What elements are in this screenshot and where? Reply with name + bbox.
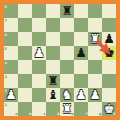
square-g8[interactable] [88,4,102,18]
square-b4[interactable] [18,60,32,74]
coord-rank-7: 7 [5,19,7,23]
square-c1[interactable]: c [32,102,46,116]
square-d3[interactable]: ♜ [46,74,60,88]
square-f6[interactable] [74,32,88,46]
black-rook[interactable]: ♜ [60,4,74,18]
square-b7[interactable] [18,18,32,32]
white-king[interactable]: ♚ [102,102,116,116]
black-rook[interactable]: ♜ [46,74,60,88]
coord-rank-2: 2 [5,89,7,93]
square-d7[interactable] [46,18,60,32]
square-a6[interactable]: 6 [4,32,18,46]
square-f5[interactable]: ♟ [74,46,88,60]
square-d4[interactable] [46,60,60,74]
white-pawn[interactable]: ♟ [4,88,18,102]
square-h1[interactable]: h♚ [102,102,116,116]
square-a2[interactable]: 2♟ [4,88,18,102]
black-pawn[interactable]: ♟ [102,32,116,46]
black-king[interactable]: ♚ [102,46,116,60]
square-h8[interactable] [102,4,116,18]
square-f7[interactable] [74,18,88,32]
white-rook[interactable]: ♜ [60,102,74,116]
square-b1[interactable]: b [18,102,32,116]
square-d2[interactable]: ♝ [46,88,60,102]
coord-file-h: h [113,112,116,116]
square-a5[interactable]: 5 [4,46,18,60]
white-pawn[interactable]: ♟ [88,88,102,102]
square-h5[interactable]: ♚ [102,46,116,60]
square-c2[interactable] [32,88,46,102]
white-pawn[interactable]: ♟ [74,88,88,102]
square-c4[interactable] [32,60,46,74]
square-f8[interactable] [74,4,88,18]
square-e6[interactable] [60,32,74,46]
coord-rank-4: 4 [5,61,7,65]
square-g1[interactable]: g [88,102,102,116]
coord-rank-3: 3 [5,75,7,79]
coord-rank-1: 1 [5,103,7,107]
white-rook[interactable]: ♜ [88,32,102,46]
square-c3[interactable] [32,74,46,88]
square-f2[interactable]: ♟ [74,88,88,102]
square-b2[interactable] [18,88,32,102]
square-h6[interactable]: ♟ [102,32,116,46]
square-g4[interactable] [88,60,102,74]
square-g2[interactable]: ♟ [88,88,102,102]
square-h2[interactable] [102,88,116,102]
coord-rank-6: 6 [5,33,7,37]
square-a1[interactable]: 1a [4,102,18,116]
square-h3[interactable] [102,74,116,88]
coord-rank-8: 8 [5,5,7,9]
white-pawn[interactable]: ♟ [32,46,46,60]
square-b3[interactable] [18,74,32,88]
square-e5[interactable] [60,46,74,60]
square-a3[interactable]: 3 [4,74,18,88]
square-c8[interactable] [32,4,46,18]
square-e2[interactable]: ♞ [60,88,74,102]
square-h7[interactable] [102,18,116,32]
square-h4[interactable] [102,60,116,74]
square-g3[interactable] [88,74,102,88]
square-b8[interactable] [18,4,32,18]
chess-board-frame: 8♜76♜♟5♟♟♚43♜2♟♝♞♟♟1abcde♜fgh♚ [0,0,120,120]
square-c7[interactable] [32,18,46,32]
square-g5[interactable] [88,46,102,60]
square-e4[interactable] [60,60,74,74]
square-g7[interactable] [88,18,102,32]
square-d8[interactable] [46,4,60,18]
coord-rank-5: 5 [5,47,7,51]
square-b5[interactable] [18,46,32,60]
square-f3[interactable] [74,74,88,88]
square-f4[interactable] [74,60,88,74]
square-a8[interactable]: 8 [4,4,18,18]
square-f1[interactable]: f [74,102,88,116]
chess-board: 8♜76♜♟5♟♟♚43♜2♟♝♞♟♟1abcde♜fgh♚ [4,4,116,116]
square-a4[interactable]: 4 [4,60,18,74]
white-knight[interactable]: ♞ [60,88,74,102]
square-e8[interactable]: ♜ [60,4,74,18]
square-e1[interactable]: e♜ [60,102,74,116]
square-e3[interactable] [60,74,74,88]
square-c5[interactable]: ♟ [32,46,46,60]
square-a7[interactable]: 7 [4,18,18,32]
square-d6[interactable] [46,32,60,46]
square-c6[interactable] [32,32,46,46]
black-bishop[interactable]: ♝ [46,88,60,102]
square-e7[interactable] [60,18,74,32]
square-d5[interactable] [46,46,60,60]
black-pawn[interactable]: ♟ [74,46,88,60]
square-d1[interactable]: d [46,102,60,116]
square-b6[interactable] [18,32,32,46]
square-g6[interactable]: ♜ [88,32,102,46]
